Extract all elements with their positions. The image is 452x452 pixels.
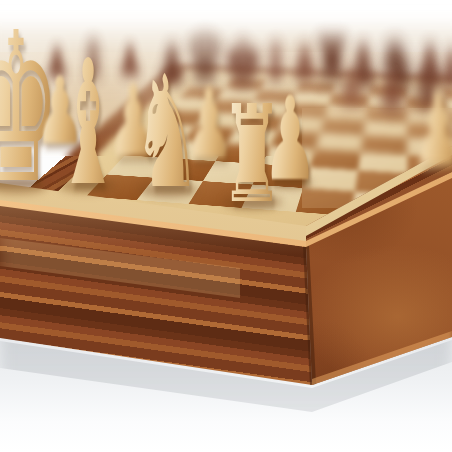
white-pawn: ♟: [262, 95, 317, 185]
black-pawn: ♟: [336, 68, 368, 107]
black-pawn: ♟: [374, 70, 410, 113]
white-pawn: ♟: [411, 90, 452, 171]
chess-set-photo: ♟ ♝ ♟ ♟ ♛ ♚ ♝ ♟ ♜ ♟ ♞ ♟ ♟ ♟ ♟ ♟ ♚ ♟ ♝ ♟ …: [0, 0, 452, 452]
